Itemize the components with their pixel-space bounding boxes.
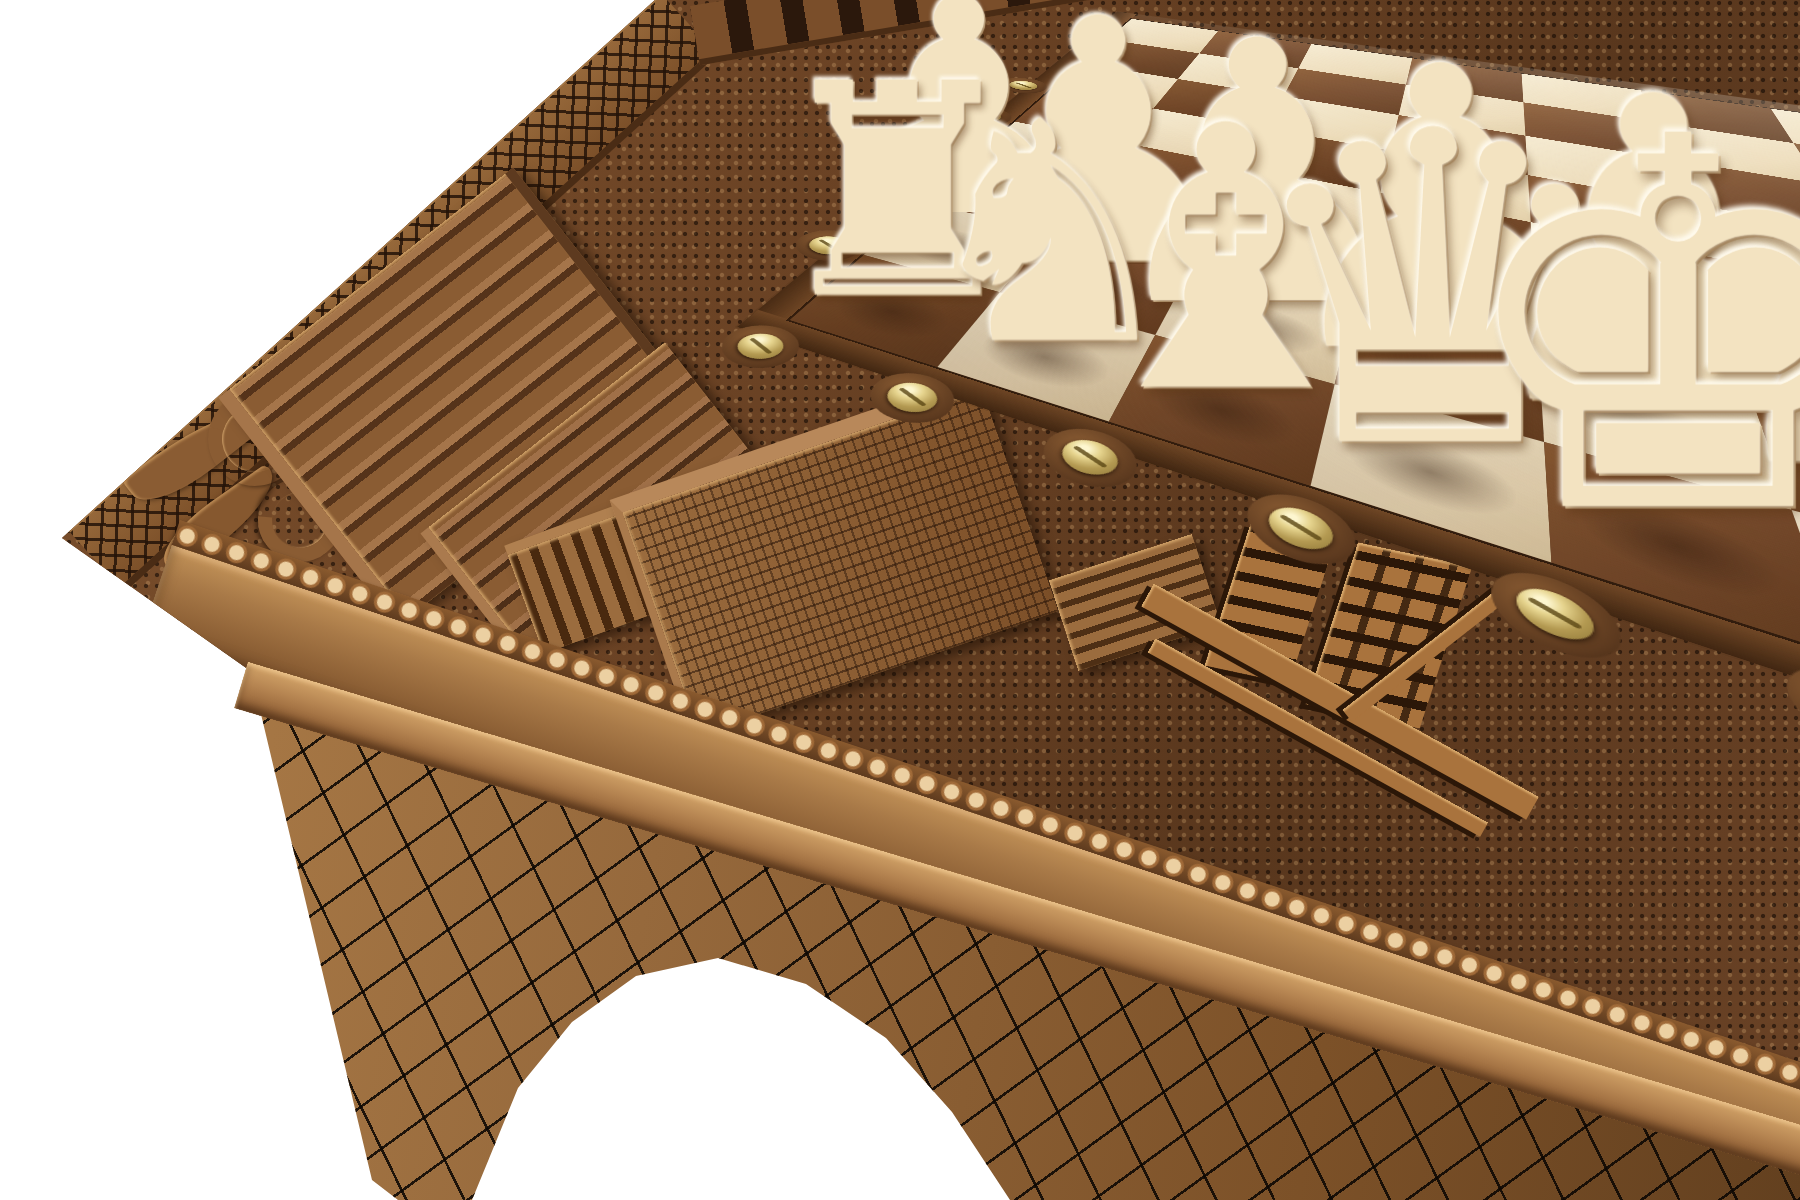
photo-stage: ГКСМСС ♟♟♟♟♟♟♟♟♜♞♝♛♚♝♞♜ <box>0 0 1800 1200</box>
brass-screw-icon <box>1055 434 1124 482</box>
brass-screw-icon <box>879 377 945 417</box>
